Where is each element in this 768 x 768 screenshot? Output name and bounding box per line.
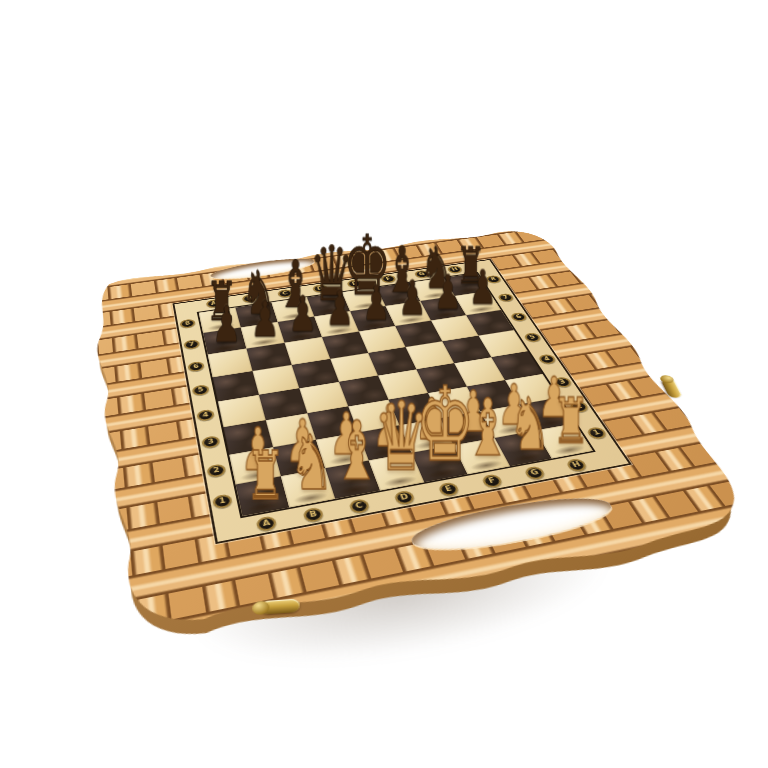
square-b1[interactable]: ♞ (281, 468, 335, 507)
coord-rank-8-left: 8 (179, 318, 196, 328)
piece-black-pawn-b7[interactable]: ♟ (250, 294, 279, 344)
square-a1[interactable]: ♜ (236, 476, 290, 516)
coord-rank-3-left: 3 (201, 435, 221, 449)
coord-rank-5-right: 5 (523, 332, 543, 343)
coord-file-g-bottom: G (523, 466, 547, 481)
piece-white-rook-h1[interactable]: ♜ (553, 389, 590, 452)
coord-file-d-bottom: D (393, 490, 416, 506)
piece-black-pawn-a7[interactable]: ♟ (212, 300, 241, 350)
piece-black-pawn-h7[interactable]: ♟ (469, 263, 497, 311)
coord-rank-6-left: 6 (187, 361, 205, 373)
coord-rank-6-right: 6 (509, 312, 528, 322)
coord-rank-4-right: 4 (537, 354, 558, 365)
piece-black-pawn-c7[interactable]: ♟ (288, 289, 317, 338)
piece-black-pawn-d7[interactable]: ♟ (326, 284, 355, 333)
piece-white-rook-a1[interactable]: ♜ (246, 442, 285, 509)
coord-file-a-bottom: A (255, 515, 277, 532)
brass-clasp-front[interactable] (260, 599, 300, 615)
square-g5[interactable] (442, 336, 491, 364)
piece-black-pawn-e7[interactable]: ♟ (362, 278, 391, 327)
photo-background: { "game": { "name": "chess", "presentati… (0, 0, 768, 768)
square-a7[interactable]: ♟ (203, 327, 246, 354)
coord-rank-7-right: 7 (497, 293, 516, 303)
coord-rank-4-left: 4 (196, 409, 215, 422)
piece-white-queen-d1[interactable]: ♛ (373, 389, 429, 484)
coord-rank-7-left: 7 (183, 339, 200, 350)
coord-file-h-bottom: H (565, 458, 589, 473)
chess-board: ♜♞♝♛♚♝♞♜♟♟♟♟♟♟♟♟♟♟♟♟♟♟♟♟♜♞♝♛♚♝♞♜ AA88BB7… (83, 213, 768, 662)
piece-white-bishop-c1[interactable]: ♝ (333, 411, 381, 492)
perspective-wrapper: ♜♞♝♛♚♝♞♜♟♟♟♟♟♟♟♟♟♟♟♟♟♟♟♟♜♞♝♛♚♝♞♜ AA88BB7… (0, 0, 768, 768)
coord-rank-1-left: 1 (212, 493, 233, 509)
piece-black-pawn-g7[interactable]: ♟ (434, 268, 462, 316)
coord-file-f-bottom: F (481, 473, 504, 488)
coord-file-b-bottom: B (302, 507, 324, 524)
piece-white-knight-b1[interactable]: ♞ (289, 425, 333, 501)
scene: ♜♞♝♛♚♝♞♜♟♟♟♟♟♟♟♟♟♟♟♟♟♟♟♟♜♞♝♛♚♝♞♜ AA88BB7… (0, 0, 768, 768)
coord-file-e-bottom: E (437, 481, 460, 497)
piece-white-knight-g1[interactable]: ♞ (509, 388, 551, 460)
piece-black-pawn-f7[interactable]: ♟ (398, 273, 426, 321)
coord-rank-2-left: 2 (206, 463, 226, 478)
coord-file-c-bottom: C (348, 498, 371, 514)
coord-rank-5-left: 5 (192, 384, 210, 396)
